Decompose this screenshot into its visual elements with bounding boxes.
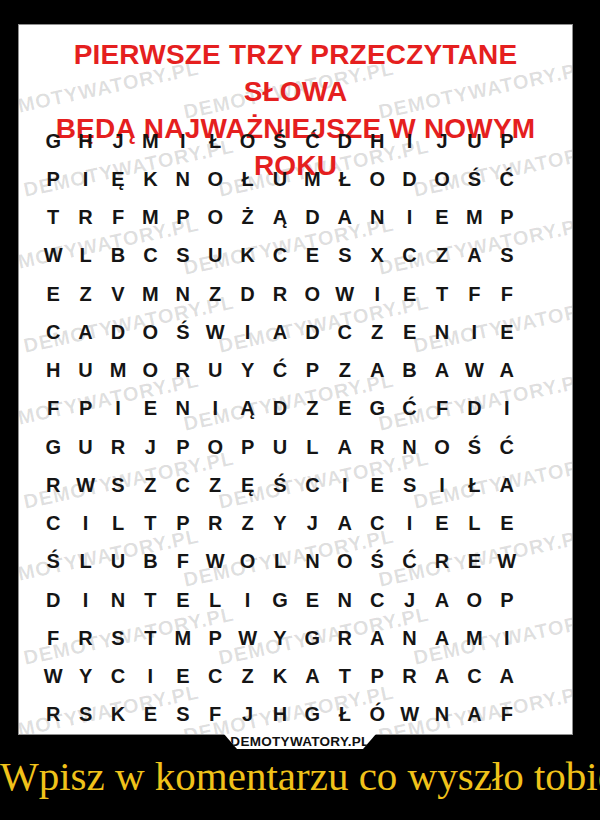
caption-text: Wpisz w komentarzu co wyszło tobie bbox=[0, 748, 600, 804]
grid-cell: O bbox=[329, 543, 361, 581]
title-line-1: PIERWSZE TRZY PRZECZYTANE SŁOWA bbox=[19, 36, 572, 110]
grid-cell: N bbox=[329, 581, 361, 619]
grid-cell: Z bbox=[231, 658, 263, 696]
grid-cell: Z bbox=[361, 313, 393, 351]
grid-cell: N bbox=[167, 160, 199, 198]
grid-cell: C bbox=[199, 658, 231, 696]
grid-cell: P bbox=[167, 199, 199, 237]
grid-cell: O bbox=[231, 122, 263, 160]
grid-cell: J bbox=[296, 505, 328, 543]
grid-cell: F bbox=[199, 696, 231, 734]
grid-cell: I bbox=[102, 390, 134, 428]
grid-cell: A bbox=[426, 352, 458, 390]
grid-cell: U bbox=[69, 352, 101, 390]
grid-cell: T bbox=[329, 658, 361, 696]
grid-cell: L bbox=[102, 505, 134, 543]
grid-cell: Ł bbox=[199, 122, 231, 160]
grid-cell: C bbox=[167, 466, 199, 504]
grid-cell: S bbox=[102, 619, 134, 657]
grid-cell: Ć bbox=[491, 160, 523, 198]
grid-cell: Y bbox=[264, 619, 296, 657]
grid-cell: Ś bbox=[37, 543, 69, 581]
grid-cell: D bbox=[296, 199, 328, 237]
grid-cell: W bbox=[231, 619, 263, 657]
grid-cell: O bbox=[361, 160, 393, 198]
grid-cell: A bbox=[264, 313, 296, 351]
grid-cell: Ł bbox=[329, 160, 361, 198]
grid-cell: Z bbox=[296, 390, 328, 428]
grid-cell: P bbox=[167, 428, 199, 466]
grid-cell: K bbox=[231, 237, 263, 275]
grid-cell: B bbox=[393, 352, 425, 390]
grid-cell: C bbox=[37, 505, 69, 543]
grid-cell: E bbox=[134, 390, 166, 428]
grid-cell: C bbox=[264, 237, 296, 275]
grid-cell: J bbox=[393, 581, 425, 619]
grid-cell: K bbox=[264, 658, 296, 696]
grid-cell: E bbox=[296, 581, 328, 619]
grid-cell: G bbox=[296, 619, 328, 657]
grid-cell: W bbox=[37, 237, 69, 275]
grid-cell: P bbox=[296, 352, 328, 390]
grid-cell: R bbox=[37, 696, 69, 734]
grid-cell: U bbox=[199, 352, 231, 390]
grid-cell: Ś bbox=[458, 160, 490, 198]
grid-cell: T bbox=[134, 581, 166, 619]
grid-cell: Ć bbox=[393, 390, 425, 428]
grid-cell: P bbox=[167, 505, 199, 543]
grid-cell: I bbox=[329, 466, 361, 504]
grid-cell: I bbox=[231, 313, 263, 351]
grid-cell: I bbox=[69, 581, 101, 619]
grid-cell: E bbox=[167, 581, 199, 619]
grid-cell: N bbox=[102, 581, 134, 619]
grid-cell: D bbox=[296, 313, 328, 351]
grid-cell: F bbox=[37, 619, 69, 657]
grid-cell: Ą bbox=[231, 390, 263, 428]
grid-cell: W bbox=[199, 313, 231, 351]
grid-cell: J bbox=[426, 122, 458, 160]
grid-cell: L bbox=[458, 505, 490, 543]
grid-cell: N bbox=[167, 275, 199, 313]
grid-cell: I bbox=[393, 122, 425, 160]
grid-cell: Z bbox=[426, 237, 458, 275]
grid-cell: E bbox=[426, 505, 458, 543]
grid-cell: D bbox=[393, 160, 425, 198]
grid-cell: P bbox=[37, 160, 69, 198]
grid-cell: O bbox=[426, 428, 458, 466]
grid-cell: Y bbox=[231, 352, 263, 390]
grid-cell: F bbox=[458, 275, 490, 313]
grid-cell: R bbox=[69, 199, 101, 237]
grid-cell: I bbox=[458, 313, 490, 351]
watermark-text: DEMOTYWATORY.PL bbox=[572, 369, 573, 436]
grid-cell: M bbox=[167, 619, 199, 657]
grid-cell: M bbox=[134, 122, 166, 160]
grid-cell: I bbox=[134, 658, 166, 696]
grid-cell: Ć bbox=[264, 352, 296, 390]
grid-cell: D bbox=[37, 581, 69, 619]
grid-cell: A bbox=[329, 505, 361, 543]
word-search-grid: GHJMIŁOŚĆDHIJUPPIĘKNOŁUMŁODOŚĆTRFMPOŻĄDA… bbox=[37, 122, 523, 734]
grid-cell: M bbox=[134, 199, 166, 237]
grid-cell: M bbox=[102, 352, 134, 390]
grid-cell: A bbox=[296, 658, 328, 696]
grid-cell: A bbox=[491, 352, 523, 390]
grid-cell: O bbox=[199, 428, 231, 466]
grid-cell: A bbox=[69, 313, 101, 351]
grid-cell: Ł bbox=[329, 696, 361, 734]
grid-cell: A bbox=[426, 581, 458, 619]
grid-cell: R bbox=[393, 658, 425, 696]
grid-cell: S bbox=[167, 696, 199, 734]
grid-cell: E bbox=[37, 275, 69, 313]
grid-cell: N bbox=[296, 543, 328, 581]
grid-cell: R bbox=[329, 619, 361, 657]
grid-cell: R bbox=[37, 466, 69, 504]
grid-cell: W bbox=[199, 543, 231, 581]
grid-cell: I bbox=[426, 466, 458, 504]
grid-cell: C bbox=[361, 505, 393, 543]
grid-cell: D bbox=[329, 122, 361, 160]
grid-cell: F bbox=[491, 696, 523, 734]
grid-cell: F bbox=[102, 199, 134, 237]
grid-cell: W bbox=[393, 696, 425, 734]
grid-cell: C bbox=[458, 658, 490, 696]
grid-cell: W bbox=[37, 658, 69, 696]
grid-cell: S bbox=[69, 696, 101, 734]
grid-cell: A bbox=[491, 658, 523, 696]
grid-cell: Ż bbox=[231, 199, 263, 237]
grid-cell: U bbox=[264, 160, 296, 198]
site-badge-label: DEMOTYWATORY.PL bbox=[230, 734, 369, 749]
grid-cell: J bbox=[231, 696, 263, 734]
grid-cell: O bbox=[296, 275, 328, 313]
grid-cell: E bbox=[458, 543, 490, 581]
grid-cell: O bbox=[458, 581, 490, 619]
grid-cell: W bbox=[458, 352, 490, 390]
grid-cell: M bbox=[458, 619, 490, 657]
grid-cell: S bbox=[102, 466, 134, 504]
grid-cell: P bbox=[69, 390, 101, 428]
grid-cell: Z bbox=[134, 466, 166, 504]
grid-cell: S bbox=[393, 466, 425, 504]
grid-cell: P bbox=[361, 658, 393, 696]
grid-cell: A bbox=[361, 619, 393, 657]
grid-cell: O bbox=[134, 352, 166, 390]
site-badge: DEMOTYWATORY.PL bbox=[224, 734, 376, 749]
puzzle-card: DEMOTYWATORY.PLDEMOTYWATORY.PLDEMOTYWATO… bbox=[18, 24, 573, 735]
grid-cell: N bbox=[393, 428, 425, 466]
grid-cell: S bbox=[167, 237, 199, 275]
grid-cell: Ą bbox=[264, 199, 296, 237]
grid-cell: G bbox=[361, 390, 393, 428]
grid-cell: X bbox=[361, 237, 393, 275]
grid-cell: P bbox=[491, 581, 523, 619]
grid-cell: V bbox=[102, 275, 134, 313]
grid-cell: A bbox=[329, 199, 361, 237]
grid-cell: U bbox=[264, 428, 296, 466]
grid-cell: Ć bbox=[393, 543, 425, 581]
grid-cell: Z bbox=[329, 352, 361, 390]
grid-cell: R bbox=[167, 352, 199, 390]
grid-cell: U bbox=[199, 237, 231, 275]
grid-cell: U bbox=[102, 543, 134, 581]
grid-cell: I bbox=[491, 390, 523, 428]
grid-cell: F bbox=[426, 390, 458, 428]
grid-cell: G bbox=[296, 696, 328, 734]
grid-cell: N bbox=[426, 313, 458, 351]
grid-cell: T bbox=[37, 199, 69, 237]
grid-cell: F bbox=[167, 543, 199, 581]
watermark-text: DEMOTYWATORY.PL bbox=[572, 681, 573, 735]
grid-cell: Z bbox=[231, 505, 263, 543]
grid-cell: Ł bbox=[458, 466, 490, 504]
grid-cell: G bbox=[37, 428, 69, 466]
watermark-text: DEMOTYWATORY.PL bbox=[572, 525, 573, 592]
grid-cell: M bbox=[296, 160, 328, 198]
grid-cell: O bbox=[426, 160, 458, 198]
grid-cell: E bbox=[134, 696, 166, 734]
grid-cell: C bbox=[329, 313, 361, 351]
grid-cell: M bbox=[134, 275, 166, 313]
grid-cell: E bbox=[361, 466, 393, 504]
grid-cell: L bbox=[296, 428, 328, 466]
grid-cell: Ś bbox=[264, 466, 296, 504]
grid-cell: Y bbox=[69, 658, 101, 696]
grid-cell: Ś bbox=[264, 122, 296, 160]
grid-cell: N bbox=[167, 390, 199, 428]
grid-cell: Ś bbox=[167, 313, 199, 351]
grid-cell: S bbox=[329, 237, 361, 275]
grid-cell: G bbox=[37, 122, 69, 160]
grid-cell: W bbox=[491, 543, 523, 581]
grid-cell: F bbox=[491, 275, 523, 313]
grid-cell: Ł bbox=[231, 160, 263, 198]
watermark-text: DEMOTYWATORY.PL bbox=[572, 213, 573, 280]
grid-cell: C bbox=[37, 313, 69, 351]
grid-cell: E bbox=[426, 199, 458, 237]
grid-cell: F bbox=[37, 390, 69, 428]
grid-cell: O bbox=[231, 543, 263, 581]
grid-cell: I bbox=[69, 505, 101, 543]
grid-cell: N bbox=[361, 199, 393, 237]
grid-cell: I bbox=[231, 581, 263, 619]
grid-cell: Ę bbox=[102, 160, 134, 198]
grid-cell: W bbox=[69, 466, 101, 504]
grid-cell: A bbox=[361, 352, 393, 390]
grid-cell: E bbox=[393, 275, 425, 313]
grid-cell: C bbox=[361, 581, 393, 619]
grid-cell: A bbox=[329, 428, 361, 466]
grid-cell: D bbox=[102, 313, 134, 351]
grid-cell: E bbox=[393, 313, 425, 351]
grid-cell: P bbox=[199, 619, 231, 657]
grid-cell: G bbox=[264, 581, 296, 619]
grid-cell: H bbox=[37, 352, 69, 390]
grid-cell: O bbox=[199, 160, 231, 198]
grid-cell: I bbox=[361, 275, 393, 313]
grid-cell: Ć bbox=[491, 428, 523, 466]
grid-cell: Ę bbox=[231, 466, 263, 504]
grid-cell: L bbox=[199, 581, 231, 619]
grid-cell: R bbox=[199, 505, 231, 543]
grid-cell: I bbox=[393, 505, 425, 543]
grid-cell: C bbox=[296, 466, 328, 504]
grid-cell: N bbox=[393, 619, 425, 657]
grid-cell: E bbox=[296, 237, 328, 275]
grid-cell: B bbox=[102, 237, 134, 275]
grid-cell: I bbox=[491, 619, 523, 657]
grid-cell: R bbox=[264, 275, 296, 313]
grid-cell: A bbox=[458, 237, 490, 275]
grid-cell: I bbox=[69, 160, 101, 198]
grid-cell: R bbox=[102, 428, 134, 466]
grid-cell: H bbox=[264, 696, 296, 734]
grid-cell: A bbox=[426, 658, 458, 696]
grid-cell: A bbox=[426, 619, 458, 657]
grid-cell: Z bbox=[69, 275, 101, 313]
grid-cell: Ć bbox=[296, 122, 328, 160]
grid-cell: L bbox=[69, 237, 101, 275]
grid-cell: C bbox=[102, 658, 134, 696]
grid-cell: D bbox=[231, 275, 263, 313]
grid-cell: A bbox=[491, 466, 523, 504]
grid-cell: U bbox=[69, 428, 101, 466]
grid-cell: D bbox=[458, 390, 490, 428]
grid-cell: S bbox=[491, 237, 523, 275]
grid-cell: C bbox=[134, 237, 166, 275]
grid-cell: A bbox=[458, 696, 490, 734]
grid-cell: M bbox=[458, 199, 490, 237]
grid-cell: P bbox=[491, 122, 523, 160]
grid-cell: O bbox=[199, 199, 231, 237]
grid-cell: T bbox=[134, 619, 166, 657]
grid-cell: K bbox=[102, 696, 134, 734]
grid-cell: C bbox=[393, 237, 425, 275]
grid-cell: H bbox=[361, 122, 393, 160]
grid-cell: T bbox=[134, 505, 166, 543]
grid-cell: I bbox=[167, 122, 199, 160]
grid-cell: E bbox=[491, 313, 523, 351]
grid-cell: E bbox=[329, 390, 361, 428]
grid-cell: L bbox=[69, 543, 101, 581]
grid-cell: P bbox=[491, 199, 523, 237]
grid-cell: K bbox=[134, 160, 166, 198]
grid-cell: L bbox=[264, 543, 296, 581]
grid-cell: W bbox=[329, 275, 361, 313]
grid-cell: U bbox=[458, 122, 490, 160]
grid-cell: Z bbox=[199, 466, 231, 504]
grid-cell: H bbox=[69, 122, 101, 160]
grid-cell: I bbox=[199, 390, 231, 428]
grid-cell: D bbox=[264, 390, 296, 428]
grid-cell: Ó bbox=[361, 696, 393, 734]
grid-cell: B bbox=[134, 543, 166, 581]
grid-cell: N bbox=[426, 696, 458, 734]
grid-cell: R bbox=[361, 428, 393, 466]
grid-cell: Ś bbox=[458, 428, 490, 466]
grid-cell: E bbox=[491, 505, 523, 543]
grid-cell: E bbox=[167, 658, 199, 696]
grid-cell: J bbox=[134, 428, 166, 466]
grid-cell: R bbox=[426, 543, 458, 581]
grid-cell: R bbox=[69, 619, 101, 657]
grid-cell: Ś bbox=[361, 543, 393, 581]
grid-cell: I bbox=[393, 199, 425, 237]
grid-cell: Y bbox=[264, 505, 296, 543]
grid-cell: O bbox=[134, 313, 166, 351]
grid-cell: Z bbox=[199, 275, 231, 313]
grid-cell: T bbox=[426, 275, 458, 313]
grid-cell: P bbox=[231, 428, 263, 466]
grid-cell: J bbox=[102, 122, 134, 160]
